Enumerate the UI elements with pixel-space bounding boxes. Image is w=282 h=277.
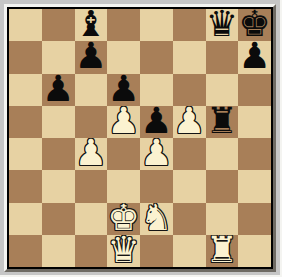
square-c3[interactable] bbox=[75, 170, 108, 202]
square-g2[interactable] bbox=[206, 203, 239, 235]
square-f2[interactable] bbox=[173, 203, 206, 235]
black-pawn[interactable]: ♟ bbox=[107, 74, 139, 106]
black-pawn[interactable]: ♟ bbox=[140, 106, 172, 138]
board-frame: ♝♛♚♟♟♟♟♟♟♟♜♟♟♚♞♛♜ bbox=[7, 7, 273, 269]
square-f8[interactable] bbox=[173, 9, 206, 41]
square-a1[interactable] bbox=[9, 235, 42, 267]
black-king[interactable]: ♚ bbox=[238, 9, 270, 41]
square-g3[interactable] bbox=[206, 170, 239, 202]
square-c4[interactable]: ♟ bbox=[75, 138, 108, 170]
square-e2[interactable]: ♞ bbox=[140, 203, 173, 235]
square-h2[interactable] bbox=[238, 203, 271, 235]
square-c7[interactable]: ♟ bbox=[75, 41, 108, 73]
square-b1[interactable] bbox=[42, 235, 75, 267]
square-c6[interactable] bbox=[75, 74, 108, 106]
white-pawn[interactable]: ♟ bbox=[173, 106, 205, 138]
square-f1[interactable] bbox=[173, 235, 206, 267]
black-pawn[interactable]: ♟ bbox=[238, 41, 270, 73]
square-f7[interactable] bbox=[173, 41, 206, 73]
square-b5[interactable] bbox=[42, 106, 75, 138]
square-b4[interactable] bbox=[42, 138, 75, 170]
square-b6[interactable]: ♟ bbox=[42, 74, 75, 106]
black-pawn[interactable]: ♟ bbox=[42, 74, 74, 106]
square-e5[interactable]: ♟ bbox=[140, 106, 173, 138]
black-bishop[interactable]: ♝ bbox=[75, 9, 107, 41]
board-bevel: ♝♛♚♟♟♟♟♟♟♟♜♟♟♚♞♛♜ bbox=[4, 4, 276, 272]
chess-board: ♝♛♚♟♟♟♟♟♟♟♜♟♟♚♞♛♜ bbox=[9, 9, 271, 267]
square-h1[interactable] bbox=[238, 235, 271, 267]
square-c5[interactable] bbox=[75, 106, 108, 138]
square-f5[interactable]: ♟ bbox=[173, 106, 206, 138]
black-pawn[interactable]: ♟ bbox=[75, 41, 107, 73]
square-g6[interactable] bbox=[206, 74, 239, 106]
white-knight[interactable]: ♞ bbox=[140, 203, 172, 235]
square-a5[interactable] bbox=[9, 106, 42, 138]
square-d4[interactable] bbox=[107, 138, 140, 170]
square-h3[interactable] bbox=[238, 170, 271, 202]
square-g7[interactable] bbox=[206, 41, 239, 73]
square-d3[interactable] bbox=[107, 170, 140, 202]
square-g4[interactable] bbox=[206, 138, 239, 170]
square-f4[interactable] bbox=[173, 138, 206, 170]
square-h8[interactable]: ♚ bbox=[238, 9, 271, 41]
square-h6[interactable] bbox=[238, 74, 271, 106]
white-king[interactable]: ♚ bbox=[107, 203, 139, 235]
square-e3[interactable] bbox=[140, 170, 173, 202]
square-e6[interactable] bbox=[140, 74, 173, 106]
white-queen[interactable]: ♛ bbox=[107, 235, 139, 267]
square-b2[interactable] bbox=[42, 203, 75, 235]
square-d5[interactable]: ♟ bbox=[107, 106, 140, 138]
square-f6[interactable] bbox=[173, 74, 206, 106]
square-a7[interactable] bbox=[9, 41, 42, 73]
square-d8[interactable] bbox=[107, 9, 140, 41]
square-e8[interactable] bbox=[140, 9, 173, 41]
white-pawn[interactable]: ♟ bbox=[75, 138, 107, 170]
square-a6[interactable] bbox=[9, 74, 42, 106]
square-a8[interactable] bbox=[9, 9, 42, 41]
square-d1[interactable]: ♛ bbox=[107, 235, 140, 267]
square-c1[interactable] bbox=[75, 235, 108, 267]
square-f3[interactable] bbox=[173, 170, 206, 202]
square-g8[interactable]: ♛ bbox=[206, 9, 239, 41]
white-pawn[interactable]: ♟ bbox=[140, 138, 172, 170]
square-a4[interactable] bbox=[9, 138, 42, 170]
square-a2[interactable] bbox=[9, 203, 42, 235]
window-frame: ♝♛♚♟♟♟♟♟♟♟♜♟♟♚♞♛♜ bbox=[0, 0, 282, 277]
black-rook[interactable]: ♜ bbox=[206, 106, 238, 138]
square-g5[interactable]: ♜ bbox=[206, 106, 239, 138]
black-queen[interactable]: ♛ bbox=[206, 9, 238, 41]
square-d6[interactable]: ♟ bbox=[107, 74, 140, 106]
square-a3[interactable] bbox=[9, 170, 42, 202]
square-e4[interactable]: ♟ bbox=[140, 138, 173, 170]
square-c8[interactable]: ♝ bbox=[75, 9, 108, 41]
square-d2[interactable]: ♚ bbox=[107, 203, 140, 235]
square-h4[interactable] bbox=[238, 138, 271, 170]
square-c2[interactable] bbox=[75, 203, 108, 235]
square-e7[interactable] bbox=[140, 41, 173, 73]
square-h5[interactable] bbox=[238, 106, 271, 138]
white-rook[interactable]: ♜ bbox=[206, 235, 238, 267]
square-b7[interactable] bbox=[42, 41, 75, 73]
square-d7[interactable] bbox=[107, 41, 140, 73]
square-h7[interactable]: ♟ bbox=[238, 41, 271, 73]
square-b3[interactable] bbox=[42, 170, 75, 202]
square-b8[interactable] bbox=[42, 9, 75, 41]
square-e1[interactable] bbox=[140, 235, 173, 267]
square-g1[interactable]: ♜ bbox=[206, 235, 239, 267]
white-pawn[interactable]: ♟ bbox=[107, 106, 139, 138]
